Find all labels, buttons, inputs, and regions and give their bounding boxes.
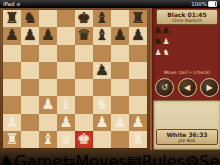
- square-c6[interactable]: [39, 45, 57, 62]
- black-clock: Black 01:45: [157, 10, 217, 18]
- square-f1[interactable]: [93, 131, 111, 148]
- black-rook: ♜: [5, 11, 18, 26]
- battery-percent: 100%: [191, 0, 207, 8]
- white-rook: ♜: [131, 132, 144, 147]
- captured-white-knight: ♞: [162, 48, 170, 59]
- arrows-icon: ⇆: [62, 152, 75, 165]
- black-pawn: ♟: [23, 28, 36, 43]
- captured-black-knight: ♞: [154, 37, 162, 48]
- carrier-label: iPad ≋: [3, 0, 20, 8]
- restart-button[interactable]: ↺: [155, 78, 174, 97]
- back-button[interactable]: ◀: [178, 78, 197, 97]
- square-b1[interactable]: [21, 131, 39, 148]
- side-panel: Black 01:45 Chris Narloch ♟♟♞♟♟♞ Move: Q…: [150, 8, 220, 150]
- captured-black-pawn: ♟: [154, 26, 162, 37]
- book-icon: ▤: [127, 152, 142, 165]
- black-pawn: ♟: [5, 28, 18, 43]
- square-a8[interactable]: ♜: [3, 10, 21, 27]
- square-f2[interactable]: ♟: [93, 114, 111, 131]
- square-d7[interactable]: [57, 27, 75, 44]
- square-h1[interactable]: ♜: [129, 131, 147, 148]
- tab-game[interactable]: ♞Game: [0, 152, 62, 163]
- captured-pieces-tray: ♟♟♞♟♟♞: [154, 26, 172, 72]
- gear-icon: ⚙: [185, 152, 199, 165]
- black-pawn: ♟: [113, 28, 126, 43]
- tab-rules[interactable]: ▤Rules: [127, 152, 185, 163]
- black-bishop: ♝: [95, 28, 108, 43]
- square-f8[interactable]: ♝: [93, 10, 111, 27]
- square-b8[interactable]: ♞: [21, 10, 39, 27]
- move-status-text: Move: Qe7+ (check): [154, 70, 220, 75]
- forward-icon: ▶: [206, 79, 212, 96]
- square-a1[interactable]: ♜: [3, 131, 21, 148]
- move-navigation: ↺ ◀ ▶: [154, 76, 220, 98]
- square-c4[interactable]: [39, 79, 57, 96]
- black-pawn: ♟: [41, 28, 54, 43]
- square-g2[interactable]: ♟: [111, 114, 129, 131]
- forward-button[interactable]: ▶: [200, 78, 219, 97]
- square-a5[interactable]: [3, 62, 21, 79]
- square-e5[interactable]: [75, 62, 93, 79]
- square-a6[interactable]: [3, 45, 21, 62]
- square-c7[interactable]: ♟: [39, 27, 57, 44]
- white-pawn: ♟: [131, 115, 144, 130]
- square-e1[interactable]: ♚: [75, 131, 93, 148]
- black-rook: ♜: [131, 11, 144, 26]
- square-e8[interactable]: ♚: [75, 10, 93, 27]
- square-a4[interactable]: [3, 79, 21, 96]
- tab-settings[interactable]: ⚙Settings: [185, 152, 220, 163]
- square-g1[interactable]: [111, 131, 129, 148]
- black-queen: ♛: [77, 28, 90, 43]
- square-c3[interactable]: ♟: [39, 96, 57, 113]
- back-icon: ◀: [184, 79, 190, 96]
- square-e6[interactable]: [75, 45, 93, 62]
- white-queen: ♛: [59, 132, 72, 147]
- black-pawn: ♟: [131, 28, 144, 43]
- square-a2[interactable]: ♟: [3, 114, 21, 131]
- white-pawn: ♟: [113, 115, 126, 130]
- tab-label: Settings: [199, 152, 220, 165]
- square-g4[interactable]: [111, 79, 129, 96]
- black-player-plaque: Black 01:45 Chris Narloch: [156, 9, 218, 25]
- square-f5[interactable]: ♟: [93, 62, 111, 79]
- square-g5[interactable]: [111, 62, 129, 79]
- black-player-name: Chris Narloch: [157, 18, 217, 24]
- square-c2[interactable]: [39, 114, 57, 131]
- square-f3[interactable]: ♞: [93, 96, 111, 113]
- white-pawn: ♟: [59, 115, 72, 130]
- captured-white-pawn: ♟: [162, 37, 170, 48]
- square-d3[interactable]: ♝: [57, 96, 75, 113]
- white-king: ♚: [77, 132, 90, 147]
- square-h3[interactable]: [129, 96, 147, 113]
- square-b2[interactable]: [21, 114, 39, 131]
- white-pawn: ♟: [5, 115, 18, 130]
- white-bishop: ♝: [59, 97, 72, 112]
- white-player-plaque: White 36:33 Joe Bob: [156, 129, 218, 145]
- battery-icon: [208, 1, 217, 7]
- square-h4[interactable]: [129, 79, 147, 96]
- square-d6[interactable]: [57, 45, 75, 62]
- tab-moves[interactable]: ⇆Moves: [62, 152, 127, 163]
- captured-black-pawn: ♟: [162, 26, 170, 37]
- square-a7[interactable]: ♟: [3, 27, 21, 44]
- square-h2[interactable]: ♟: [129, 114, 147, 131]
- square-f7[interactable]: ♝: [93, 27, 111, 44]
- square-e4[interactable]: [75, 79, 93, 96]
- black-bishop: ♝: [95, 11, 108, 26]
- square-h5[interactable]: [129, 62, 147, 79]
- knight-icon: ♞: [0, 152, 14, 165]
- square-e7[interactable]: ♛: [75, 27, 93, 44]
- captured-white-pawn: ♟: [154, 48, 162, 59]
- square-c8[interactable]: [39, 10, 57, 27]
- battery-indicator: 100%: [191, 0, 217, 8]
- square-g8[interactable]: [111, 10, 129, 27]
- black-king: ♚: [77, 11, 90, 26]
- square-g7[interactable]: ♟: [111, 27, 129, 44]
- square-h7[interactable]: ♟: [129, 27, 147, 44]
- square-c1[interactable]: ♝: [39, 131, 57, 148]
- square-d5[interactable]: [57, 62, 75, 79]
- white-player-name: Joe Bob: [157, 138, 217, 144]
- square-d2[interactable]: ♟: [57, 114, 75, 131]
- white-rook: ♜: [5, 132, 18, 147]
- square-b5[interactable]: [21, 62, 39, 79]
- square-a3[interactable]: [3, 96, 21, 113]
- last-move-sparkle: [96, 65, 98, 67]
- white-clock: White 36:33: [157, 130, 217, 138]
- tab-label: Rules: [142, 152, 185, 165]
- square-b7[interactable]: ♟: [21, 27, 39, 44]
- white-knight: ♞: [95, 97, 108, 112]
- white-pawn: ♟: [95, 115, 108, 130]
- square-d8[interactable]: [57, 10, 75, 27]
- square-f6[interactable]: [93, 45, 111, 62]
- chess-board: ♜♞♚♝♜♟♟♟♛♝♟♟♟♟♝♞♟♟♟♟♟♜♝♛♚♜: [3, 10, 147, 148]
- square-d1[interactable]: ♛: [57, 131, 75, 148]
- tab-label: Moves: [75, 152, 126, 165]
- square-c5[interactable]: [39, 62, 57, 79]
- square-h6[interactable]: [129, 45, 147, 62]
- square-b3[interactable]: [21, 96, 39, 113]
- wifi-icon: ≋: [16, 0, 20, 8]
- white-pawn: ♟: [41, 97, 54, 112]
- square-f4[interactable]: [93, 79, 111, 96]
- square-b4[interactable]: [21, 79, 39, 96]
- square-e2[interactable]: [75, 114, 93, 131]
- restart-icon: ↺: [161, 79, 168, 96]
- status-bar: iPad ≋ 100%: [0, 0, 220, 8]
- board-frame: ♜♞♚♝♜♟♟♟♛♝♟♟♟♟♝♞♟♟♟♟♟♜♝♛♚♜: [0, 8, 150, 150]
- bottom-toolbar: ♞Game⇆Moves▤Rules⚙Settings: [0, 150, 220, 165]
- square-b6[interactable]: [21, 45, 39, 62]
- tab-label: Game: [14, 152, 62, 165]
- square-e3[interactable]: [75, 96, 93, 113]
- square-g3[interactable]: [111, 96, 129, 113]
- square-g6[interactable]: [111, 45, 129, 62]
- square-d4[interactable]: [57, 79, 75, 96]
- square-h8[interactable]: ♜: [129, 10, 147, 27]
- black-knight: ♞: [23, 11, 36, 26]
- white-bishop: ♝: [41, 132, 54, 147]
